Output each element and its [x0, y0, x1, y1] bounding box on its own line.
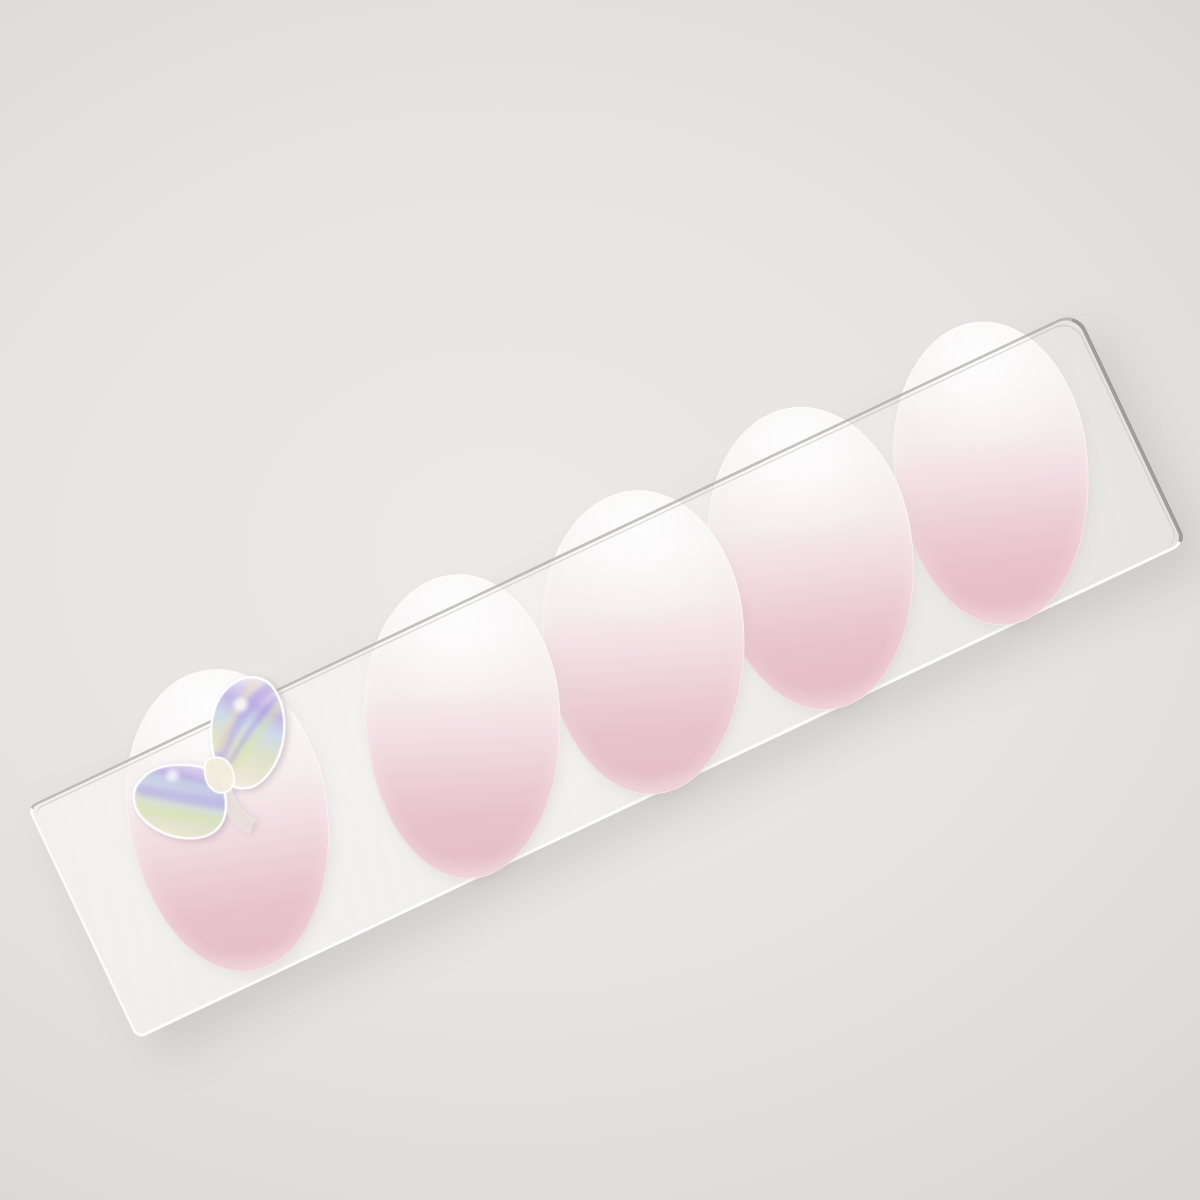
product-photo-scene: [0, 0, 1200, 1200]
